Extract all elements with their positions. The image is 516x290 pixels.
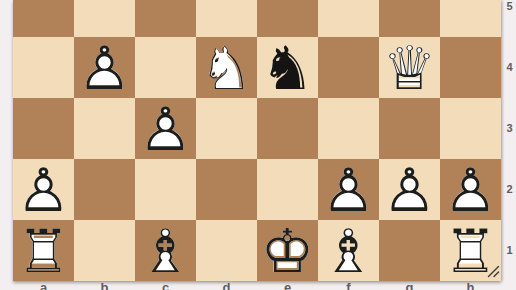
white-pawn-piece[interactable]: ♟♙	[318, 159, 379, 220]
square-a1[interactable]: ♜♖	[13, 220, 74, 281]
square-e2[interactable]	[257, 159, 318, 220]
white-knight-piece[interactable]: ♞♘	[196, 37, 257, 98]
file-label-b: b	[74, 281, 135, 290]
square-c2[interactable]	[135, 159, 196, 220]
square-a4[interactable]	[13, 37, 74, 98]
piece-outline-layer: ♖	[13, 220, 74, 281]
piece-outline-layer: ♙	[74, 37, 135, 98]
square-c4[interactable]	[135, 37, 196, 98]
square-g3[interactable]	[379, 98, 440, 159]
white-queen-piece[interactable]: ♛♕	[379, 37, 440, 98]
piece-outline-layer: ♙	[379, 159, 440, 220]
square-b4[interactable]: ♟♙	[74, 37, 135, 98]
file-label-f: f	[318, 281, 379, 290]
white-rook-piece[interactable]: ♜♖	[13, 220, 74, 281]
white-bishop-piece[interactable]: ♝♗	[135, 220, 196, 281]
piece-outline-layer: ♘	[196, 37, 257, 98]
square-a2[interactable]: ♟♙	[13, 159, 74, 220]
square-f3[interactable]	[318, 98, 379, 159]
square-c5[interactable]	[135, 0, 196, 37]
square-d5[interactable]	[196, 0, 257, 37]
file-label-a: a	[13, 281, 74, 290]
rank-label-1: 1	[503, 243, 516, 258]
rank-label-4: 4	[503, 60, 516, 75]
white-pawn-piece[interactable]: ♟♙	[440, 159, 501, 220]
square-e3[interactable]	[257, 98, 318, 159]
rank-label-5: 5	[503, 0, 516, 14]
square-g5[interactable]	[379, 0, 440, 37]
piece-outline-layer: ♙	[440, 159, 501, 220]
white-pawn-piece[interactable]: ♟♙	[74, 37, 135, 98]
piece-outline-layer: ♙	[318, 159, 379, 220]
square-g4[interactable]: ♛♕	[379, 37, 440, 98]
square-h5[interactable]	[440, 0, 501, 37]
chess-board-page: ♟♙♞♘♞♛♕♟♙♟♙♟♙♟♙♟♙♜♖♝♗♚♔♝♗♜♖ 54321 abcdef…	[0, 0, 516, 290]
square-e1[interactable]: ♚♔	[257, 220, 318, 281]
file-label-h: h	[440, 281, 501, 290]
square-f2[interactable]: ♟♙	[318, 159, 379, 220]
piece-outline-layer: ♕	[379, 37, 440, 98]
piece-outline-layer: ♙	[135, 98, 196, 159]
chess-board: ♟♙♞♘♞♛♕♟♙♟♙♟♙♟♙♟♙♜♖♝♗♚♔♝♗♜♖	[13, 0, 501, 281]
file-label-g: g	[379, 281, 440, 290]
square-f4[interactable]	[318, 37, 379, 98]
square-c3[interactable]: ♟♙	[135, 98, 196, 159]
square-g1[interactable]	[379, 220, 440, 281]
piece-outline-layer: ♗	[135, 220, 196, 281]
piece-glyph: ♞	[257, 37, 318, 98]
white-pawn-piece[interactable]: ♟♙	[379, 159, 440, 220]
square-h3[interactable]	[440, 98, 501, 159]
square-b1[interactable]	[74, 220, 135, 281]
white-king-piece[interactable]: ♚♔	[257, 220, 318, 281]
square-a3[interactable]	[13, 98, 74, 159]
square-e4[interactable]: ♞	[257, 37, 318, 98]
square-h4[interactable]	[440, 37, 501, 98]
white-pawn-piece[interactable]: ♟♙	[13, 159, 74, 220]
square-b3[interactable]	[74, 98, 135, 159]
file-label-e: e	[257, 281, 318, 290]
square-d4[interactable]: ♞♘	[196, 37, 257, 98]
white-pawn-piece[interactable]: ♟♙	[135, 98, 196, 159]
piece-outline-layer: ♙	[13, 159, 74, 220]
square-b2[interactable]	[74, 159, 135, 220]
square-a5[interactable]	[13, 0, 74, 37]
black-knight-piece[interactable]: ♞	[257, 37, 318, 98]
square-g2[interactable]: ♟♙	[379, 159, 440, 220]
white-bishop-piece[interactable]: ♝♗	[318, 220, 379, 281]
rank-label-2: 2	[503, 182, 516, 197]
square-e5[interactable]	[257, 0, 318, 37]
square-d3[interactable]	[196, 98, 257, 159]
square-f5[interactable]	[318, 0, 379, 37]
piece-outline-layer: ♔	[257, 220, 318, 281]
board-resize-handle-icon[interactable]	[486, 264, 500, 278]
square-d1[interactable]	[196, 220, 257, 281]
square-d2[interactable]	[196, 159, 257, 220]
rank-label-3: 3	[503, 121, 516, 136]
file-label-d: d	[196, 281, 257, 290]
square-c1[interactable]: ♝♗	[135, 220, 196, 281]
square-f1[interactable]: ♝♗	[318, 220, 379, 281]
square-b5[interactable]	[74, 0, 135, 37]
square-h2[interactable]: ♟♙	[440, 159, 501, 220]
file-label-c: c	[135, 281, 196, 290]
piece-outline-layer: ♗	[318, 220, 379, 281]
